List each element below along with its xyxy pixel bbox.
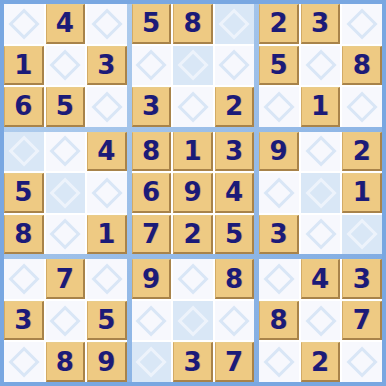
given-digit: 5 (56, 93, 74, 119)
sudoku-cell-r8c5[interactable] (173, 301, 213, 341)
sudoku-cell-r7c3[interactable] (87, 259, 127, 299)
given-digit: 3 (183, 349, 201, 375)
empty-cell-diamond-icon (8, 136, 39, 167)
empty-cell-diamond-icon (305, 305, 336, 336)
empty-cell-diamond-icon (263, 263, 294, 294)
sudoku-cell-r3c3[interactable] (87, 87, 127, 127)
given-digit: 8 (270, 307, 288, 333)
sudoku-cell-r3c1: 6 (4, 87, 44, 127)
empty-cell-diamond-icon (347, 8, 378, 39)
sudoku-cell-r1c8: 3 (301, 4, 341, 44)
sudoku-cell-r3c5[interactable] (173, 87, 213, 127)
sudoku-cell-r9c2: 8 (46, 342, 86, 382)
sudoku-block-5: 813694725 (132, 132, 255, 255)
sudoku-cell-r9c5: 3 (173, 342, 213, 382)
sudoku-cell-r5c6: 4 (215, 173, 255, 213)
sudoku-cell-r7c8: 4 (301, 259, 341, 299)
sudoku-cell-r6c4: 7 (132, 215, 172, 255)
sudoku-cell-r1c6[interactable] (215, 4, 255, 44)
sudoku-block-9: 43872 (259, 259, 382, 382)
sudoku-cell-r9c6: 7 (215, 342, 255, 382)
sudoku-cell-r5c3[interactable] (87, 173, 127, 213)
sudoku-cell-r8c4[interactable] (132, 301, 172, 341)
empty-cell-diamond-icon (50, 219, 81, 250)
sudoku-cell-r9c9[interactable] (342, 342, 382, 382)
given-digit: 2 (225, 93, 243, 119)
sudoku-cell-r3c7[interactable] (259, 87, 299, 127)
sudoku-block-4: 4581 (4, 132, 127, 255)
given-digit: 6 (14, 93, 32, 119)
given-digit: 1 (97, 221, 115, 247)
given-digit: 5 (225, 221, 243, 247)
empty-cell-diamond-icon (347, 91, 378, 122)
given-digit: 1 (311, 93, 329, 119)
given-digit: 3 (142, 93, 160, 119)
sudoku-cell-r6c9[interactable] (342, 215, 382, 255)
sudoku-cell-r8c1: 3 (4, 301, 44, 341)
sudoku-cell-r9c8: 2 (301, 342, 341, 382)
sudoku-cell-r8c2[interactable] (46, 301, 86, 341)
sudoku-cell-r4c5: 1 (173, 132, 213, 172)
sudoku-block-1: 41365 (4, 4, 127, 127)
given-digit: 8 (183, 10, 201, 36)
sudoku-cell-r9c1[interactable] (4, 342, 44, 382)
sudoku-cell-r1c5: 8 (173, 4, 213, 44)
sudoku-cell-r8c8[interactable] (301, 301, 341, 341)
sudoku-cell-r1c4: 5 (132, 4, 172, 44)
empty-cell-diamond-icon (305, 136, 336, 167)
sudoku-cell-r1c2: 4 (46, 4, 86, 44)
empty-cell-diamond-icon (219, 8, 250, 39)
sudoku-cell-r2c7: 5 (259, 46, 299, 86)
sudoku-cell-r1c7: 2 (259, 4, 299, 44)
empty-cell-diamond-icon (8, 347, 39, 378)
given-digit: 4 (97, 138, 115, 164)
sudoku-cell-r3c4: 3 (132, 87, 172, 127)
sudoku-cell-r2c3: 3 (87, 46, 127, 86)
given-digit: 3 (270, 221, 288, 247)
sudoku-cell-r1c9[interactable] (342, 4, 382, 44)
sudoku-cell-r8c3: 5 (87, 301, 127, 341)
given-digit: 3 (97, 52, 115, 78)
empty-cell-diamond-icon (50, 136, 81, 167)
empty-cell-diamond-icon (219, 50, 250, 81)
sudoku-cell-r2c1: 1 (4, 46, 44, 86)
given-digit: 3 (311, 10, 329, 36)
sudoku-cell-r9c7[interactable] (259, 342, 299, 382)
sudoku-cell-r2c8[interactable] (301, 46, 341, 86)
given-digit: 8 (142, 138, 160, 164)
empty-cell-diamond-icon (50, 305, 81, 336)
sudoku-cell-r9c4[interactable] (132, 342, 172, 382)
sudoku-cell-r7c5[interactable] (173, 259, 213, 299)
sudoku-cell-r8c9: 7 (342, 301, 382, 341)
sudoku-cell-r4c7: 9 (259, 132, 299, 172)
sudoku-cell-r5c2[interactable] (46, 173, 86, 213)
given-digit: 5 (142, 10, 160, 36)
sudoku-block-3: 23581 (259, 4, 382, 127)
sudoku-cell-r3c9[interactable] (342, 87, 382, 127)
sudoku-cell-r2c9: 8 (342, 46, 382, 86)
sudoku-cell-r7c9: 3 (342, 259, 382, 299)
sudoku-cell-r4c3: 4 (87, 132, 127, 172)
empty-cell-diamond-icon (50, 50, 81, 81)
empty-cell-diamond-icon (50, 177, 81, 208)
sudoku-cell-r6c5: 2 (173, 215, 213, 255)
given-digit: 2 (183, 221, 201, 247)
empty-cell-diamond-icon (305, 177, 336, 208)
empty-cell-diamond-icon (347, 219, 378, 250)
empty-cell-diamond-icon (91, 91, 122, 122)
given-digit: 2 (311, 349, 329, 375)
sudoku-cell-r7c2: 7 (46, 259, 86, 299)
empty-cell-diamond-icon (177, 305, 208, 336)
given-digit: 8 (14, 221, 32, 247)
given-digit: 9 (142, 266, 160, 292)
given-digit: 2 (353, 138, 371, 164)
empty-cell-diamond-icon (177, 50, 208, 81)
empty-cell-diamond-icon (219, 305, 250, 336)
empty-cell-diamond-icon (305, 219, 336, 250)
given-digit: 1 (14, 52, 32, 78)
sudoku-cell-r2c5[interactable] (173, 46, 213, 86)
sudoku-cell-r6c7: 3 (259, 215, 299, 255)
given-digit: 1 (353, 179, 371, 205)
sudoku-cell-r5c7[interactable] (259, 173, 299, 213)
sudoku-cell-r4c1[interactable] (4, 132, 44, 172)
empty-cell-diamond-icon (91, 8, 122, 39)
sudoku-cell-r7c7[interactable] (259, 259, 299, 299)
sudoku-cell-r6c1: 8 (4, 215, 44, 255)
given-digit: 1 (183, 138, 201, 164)
given-digit: 5 (97, 307, 115, 333)
given-digit: 3 (225, 138, 243, 164)
given-digit: 6 (142, 179, 160, 205)
given-digit: 9 (97, 349, 115, 375)
empty-cell-diamond-icon (263, 91, 294, 122)
given-digit: 7 (353, 307, 371, 333)
given-digit: 2 (270, 10, 288, 36)
sudoku-cell-r1c3[interactable] (87, 4, 127, 44)
empty-cell-diamond-icon (177, 263, 208, 294)
empty-cell-diamond-icon (136, 347, 167, 378)
sudoku-cell-r4c4: 8 (132, 132, 172, 172)
given-digit: 9 (270, 138, 288, 164)
given-digit: 3 (353, 266, 371, 292)
sudoku-cell-r5c8[interactable] (301, 173, 341, 213)
sudoku-cell-r5c5: 9 (173, 173, 213, 213)
sudoku-cell-r3c2: 5 (46, 87, 86, 127)
sudoku-cell-r2c6[interactable] (215, 46, 255, 86)
sudoku-cell-r6c2[interactable] (46, 215, 86, 255)
given-digit: 3 (14, 307, 32, 333)
empty-cell-diamond-icon (8, 263, 39, 294)
sudoku-cell-r1c1[interactable] (4, 4, 44, 44)
empty-cell-diamond-icon (347, 347, 378, 378)
empty-cell-diamond-icon (91, 263, 122, 294)
empty-cell-diamond-icon (263, 177, 294, 208)
empty-cell-diamond-icon (136, 50, 167, 81)
sudoku-cell-r8c7: 8 (259, 301, 299, 341)
empty-cell-diamond-icon (177, 91, 208, 122)
given-digit: 4 (311, 266, 329, 292)
given-digit: 7 (56, 266, 74, 292)
sudoku-block-6: 9213 (259, 132, 382, 255)
given-digit: 9 (183, 179, 201, 205)
sudoku-block-8: 9837 (132, 259, 255, 382)
sudoku-cell-r4c6: 3 (215, 132, 255, 172)
sudoku-cell-r4c9: 2 (342, 132, 382, 172)
given-digit: 8 (56, 349, 74, 375)
empty-cell-diamond-icon (136, 305, 167, 336)
sudoku-cell-r2c4[interactable] (132, 46, 172, 86)
sudoku-block-2: 5832 (132, 4, 255, 127)
sudoku-cell-r2c2[interactable] (46, 46, 86, 86)
sudoku-cell-r9c3: 9 (87, 342, 127, 382)
sudoku-block-7: 73589 (4, 259, 127, 382)
sudoku-cell-r7c1[interactable] (4, 259, 44, 299)
given-digit: 8 (225, 266, 243, 292)
sudoku-cell-r3c8: 1 (301, 87, 341, 127)
sudoku-cell-r4c8[interactable] (301, 132, 341, 172)
empty-cell-diamond-icon (305, 50, 336, 81)
given-digit: 5 (270, 52, 288, 78)
given-digit: 4 (225, 179, 243, 205)
empty-cell-diamond-icon (263, 347, 294, 378)
sudoku-cell-r6c8[interactable] (301, 215, 341, 255)
sudoku-cell-r8c6[interactable] (215, 301, 255, 341)
given-digit: 4 (56, 10, 74, 36)
sudoku-cell-r4c2[interactable] (46, 132, 86, 172)
sudoku-cell-r6c3: 1 (87, 215, 127, 255)
given-digit: 7 (142, 221, 160, 247)
given-digit: 7 (225, 349, 243, 375)
sudoku-board: 4136558322358145818136947259213735899837… (0, 0, 386, 386)
given-digit: 5 (14, 179, 32, 205)
empty-cell-diamond-icon (8, 8, 39, 39)
sudoku-cell-r7c4: 9 (132, 259, 172, 299)
sudoku-cell-r5c4: 6 (132, 173, 172, 213)
given-digit: 8 (353, 52, 371, 78)
sudoku-cell-r5c1: 5 (4, 173, 44, 213)
sudoku-cell-r5c9: 1 (342, 173, 382, 213)
empty-cell-diamond-icon (91, 177, 122, 208)
sudoku-cell-r7c6: 8 (215, 259, 255, 299)
sudoku-cell-r3c6: 2 (215, 87, 255, 127)
sudoku-cell-r6c6: 5 (215, 215, 255, 255)
